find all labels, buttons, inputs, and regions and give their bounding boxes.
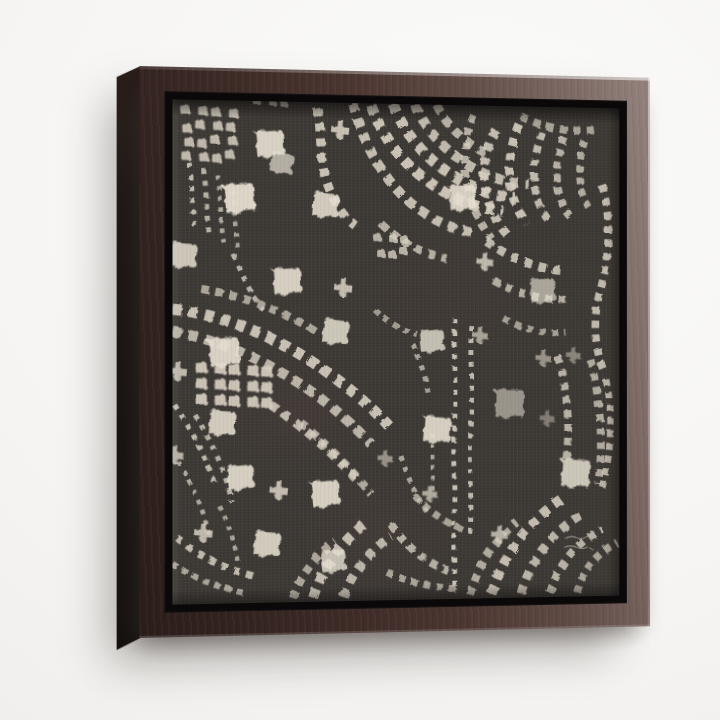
brushed-blobs — [173, 128, 591, 576]
frame-bottom-edge-highlight — [139, 624, 649, 638]
picture-frame — [139, 66, 649, 638]
frame-right-edge-highlight — [648, 78, 650, 627]
wall-background — [0, 0, 720, 720]
abstract-dot-pattern — [173, 99, 620, 604]
art-canvas — [173, 99, 620, 604]
square-trails — [173, 99, 618, 600]
frame-left-side — [117, 66, 141, 650]
floater-gap — [164, 91, 627, 613]
frame-top-edge-highlight — [139, 66, 649, 80]
framed-canvas-art — [139, 66, 649, 638]
